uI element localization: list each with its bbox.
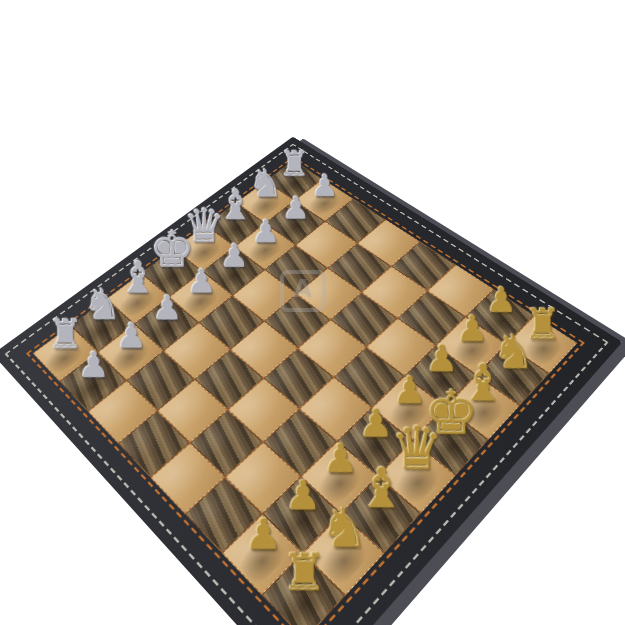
- chess-board: ♜♞♝♚♛♝♞♜♟♟♟♟♟♟♟♟♟♟♟♟♟♟♟♟♜♞♝♛♚♝♞♜: [0, 137, 622, 625]
- piece-brass-rook-a1[interactable]: ♜: [262, 545, 341, 602]
- pawn-glyph: ♟: [63, 349, 124, 383]
- board-tilt-wrapper: ♜♞♝♚♛♝♞♜♟♟♟♟♟♟♟♟♟♟♟♟♟♟♟♟♜♞♝♛♚♝♞♜: [0, 0, 625, 625]
- board-field: ♜♞♝♚♛♝♞♜♟♟♟♟♟♟♟♟♟♟♟♟♟♟♟♟♜♞♝♛♚♝♞♜: [33, 160, 578, 625]
- photo-background: ♜♞♝♚♛♝♞♜♟♟♟♟♟♟♟♟♟♟♟♟♟♟♟♟♜♞♝♛♚♝♞♜ A: [0, 0, 625, 625]
- piece-silver-pawn-a7[interactable]: ♟: [60, 345, 124, 386]
- rook-glyph: ♜: [267, 549, 341, 597]
- square-a1[interactable]: ♜: [262, 553, 346, 625]
- perspective-scene: ♜♞♝♚♛♝♞♜♟♟♟♟♟♟♟♟♟♟♟♟♟♟♟♟♜♞♝♛♚♝♞♜: [0, 0, 625, 625]
- square-b6[interactable]: [127, 351, 195, 411]
